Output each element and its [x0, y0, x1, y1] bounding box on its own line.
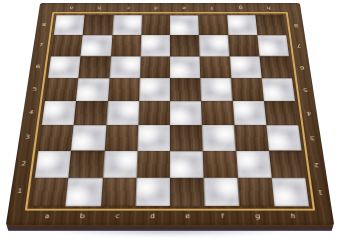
square-e7: [170, 35, 200, 56]
square-f1: [204, 178, 240, 206]
square-e5: [170, 78, 201, 101]
square-a2: [35, 151, 71, 178]
square-g1: [238, 178, 275, 206]
square-h5: [261, 78, 295, 101]
file-label-bottom-a: a: [29, 213, 65, 220]
file-label-top-a: a: [57, 5, 86, 9]
square-f2: [203, 151, 238, 178]
square-e4: [170, 101, 202, 125]
square-g6: [230, 56, 262, 78]
square-a1: [31, 178, 69, 206]
square-g5: [231, 78, 264, 101]
square-g2: [236, 151, 272, 178]
rank-label-right-3: 3: [302, 125, 322, 150]
board-grid: [31, 15, 309, 206]
square-f5: [200, 78, 232, 101]
square-b1: [66, 178, 103, 206]
square-b3: [71, 125, 106, 150]
square-h8: [255, 15, 286, 35]
square-c6: [109, 56, 140, 78]
square-e8: [170, 15, 199, 35]
square-d2: [136, 151, 170, 178]
rank-label-left-2: 2: [13, 151, 34, 178]
file-label-bottom-h: h: [275, 213, 311, 220]
square-e1: [170, 178, 205, 206]
square-b5: [76, 78, 109, 101]
chess-board: abcdefghabcdefgh8765432187654321: [6, 3, 334, 225]
square-a3: [38, 125, 73, 150]
square-f3: [202, 125, 236, 150]
square-h3: [266, 125, 301, 150]
square-b8: [83, 15, 113, 35]
rank-label-left-6: 6: [29, 56, 48, 78]
square-c7: [110, 35, 140, 56]
square-b6: [79, 56, 111, 78]
square-g7: [228, 35, 259, 56]
square-f6: [200, 56, 231, 78]
file-label-top-b: b: [85, 5, 113, 9]
rank-label-left-7: 7: [32, 35, 50, 56]
file-label-top-f: f: [198, 5, 226, 9]
square-b7: [81, 35, 112, 56]
square-a7: [51, 35, 83, 56]
file-label-bottom-d: d: [135, 213, 170, 220]
square-a8: [54, 15, 85, 35]
square-c8: [112, 15, 142, 35]
board-frame: abcdefghabcdefgh8765432187654321: [6, 3, 334, 225]
square-b4: [74, 101, 108, 125]
file-label-bottom-c: c: [100, 213, 135, 220]
file-label-bottom-b: b: [64, 213, 100, 220]
square-a6: [48, 56, 81, 78]
square-h7: [257, 35, 289, 56]
square-f7: [199, 35, 229, 56]
square-b2: [69, 151, 105, 178]
square-h2: [269, 151, 305, 178]
square-f4: [201, 101, 234, 125]
square-d3: [137, 125, 170, 150]
square-c3: [104, 125, 138, 150]
square-d7: [140, 35, 170, 56]
file-label-top-h: h: [254, 5, 283, 9]
square-e2: [170, 151, 204, 178]
file-label-bottom-g: g: [240, 213, 276, 220]
square-c5: [108, 78, 140, 101]
square-d6: [140, 56, 170, 78]
file-label-top-e: e: [170, 5, 198, 9]
rank-label-right-2: 2: [306, 151, 327, 178]
square-h1: [271, 178, 309, 206]
rank-label-right-4: 4: [299, 101, 319, 125]
square-e6: [170, 56, 200, 78]
square-c1: [100, 178, 136, 206]
square-f8: [198, 15, 228, 35]
file-label-bottom-f: f: [205, 213, 240, 220]
square-c2: [102, 151, 137, 178]
square-g8: [227, 15, 257, 35]
square-h4: [264, 101, 298, 125]
square-d1: [135, 178, 170, 206]
square-a4: [42, 101, 76, 125]
photo-background: abcdefghabcdefgh8765432187654321: [0, 0, 340, 245]
rank-label-right-8: 8: [287, 15, 305, 35]
square-d8: [141, 15, 170, 35]
square-a5: [45, 78, 79, 101]
square-d5: [139, 78, 170, 101]
square-d4: [138, 101, 170, 125]
rank-label-left-4: 4: [21, 101, 41, 125]
square-h6: [259, 56, 292, 78]
file-label-top-d: d: [142, 5, 170, 9]
rank-label-right-7: 7: [290, 35, 308, 56]
rank-label-left-5: 5: [25, 78, 44, 101]
rank-label-left-8: 8: [35, 15, 53, 35]
rank-label-left-3: 3: [17, 125, 37, 150]
square-g3: [234, 125, 269, 150]
square-g4: [233, 101, 267, 125]
square-e3: [170, 125, 203, 150]
file-label-top-g: g: [226, 5, 254, 9]
rank-label-right-1: 1: [310, 178, 332, 206]
file-label-top-c: c: [114, 5, 142, 9]
file-label-bottom-e: e: [170, 213, 205, 220]
rank-label-right-5: 5: [296, 78, 315, 101]
rank-label-right-6: 6: [293, 56, 312, 78]
square-c4: [106, 101, 139, 125]
